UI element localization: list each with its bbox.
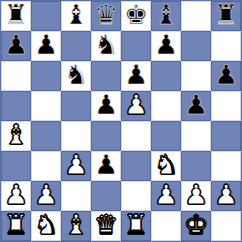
square-a4[interactable]: ♝ — [1, 121, 31, 151]
square-e5[interactable]: ♟ — [121, 91, 151, 121]
square-g5[interactable]: ♟ — [181, 91, 211, 121]
square-h4[interactable] — [211, 121, 241, 151]
white-rook-icon: ♜ — [4, 211, 28, 240]
square-e1[interactable]: ♜ — [121, 211, 151, 241]
square-a5[interactable] — [1, 91, 31, 121]
square-h6[interactable]: ♟ — [211, 61, 241, 91]
square-b5[interactable] — [31, 91, 61, 121]
white-pawn-icon: ♟ — [64, 151, 88, 180]
square-b4[interactable] — [31, 121, 61, 151]
square-e7[interactable] — [121, 31, 151, 61]
square-d4[interactable] — [91, 121, 121, 151]
square-a1[interactable]: ♜ — [1, 211, 31, 241]
square-a6[interactable] — [1, 61, 31, 91]
white-knight-icon: ♞ — [34, 211, 58, 240]
square-f7[interactable]: ♟ — [151, 31, 181, 61]
square-c5[interactable] — [61, 91, 91, 121]
white-pawn-icon: ♟ — [154, 181, 178, 210]
white-knight-icon: ♞ — [154, 151, 178, 180]
square-a3[interactable] — [1, 151, 31, 181]
square-c2[interactable] — [61, 181, 91, 211]
square-c3[interactable]: ♟ — [61, 151, 91, 181]
square-f3[interactable]: ♞ — [151, 151, 181, 181]
square-d6[interactable] — [91, 61, 121, 91]
square-a8[interactable]: ♜ — [1, 1, 31, 31]
white-king-icon: ♚ — [184, 211, 208, 240]
black-pawn-icon: ♟ — [214, 61, 238, 90]
square-c7[interactable] — [61, 31, 91, 61]
square-f4[interactable] — [151, 121, 181, 151]
black-rook-icon: ♜ — [4, 1, 28, 30]
square-f2[interactable]: ♟ — [151, 181, 181, 211]
black-pawn-icon: ♟ — [124, 61, 148, 90]
square-f6[interactable] — [151, 61, 181, 91]
square-b2[interactable]: ♟ — [31, 181, 61, 211]
chess-board: ♜♝♛♚♝♜♟♟♞♟♞♟♟♟♟♟♝♟♟♞♟♟♟♟♟♜♞♝♛♜♚ — [0, 0, 242, 242]
square-e8[interactable]: ♚ — [121, 1, 151, 31]
square-h1[interactable] — [211, 211, 241, 241]
square-e3[interactable] — [121, 151, 151, 181]
white-queen-icon: ♛ — [94, 211, 118, 240]
black-king-icon: ♚ — [124, 1, 148, 30]
square-e6[interactable]: ♟ — [121, 61, 151, 91]
square-d2[interactable] — [91, 181, 121, 211]
black-bishop-icon: ♝ — [64, 1, 88, 30]
white-bishop-icon: ♝ — [64, 211, 88, 240]
square-b3[interactable] — [31, 151, 61, 181]
square-b7[interactable]: ♟ — [31, 31, 61, 61]
black-queen-icon: ♛ — [94, 1, 118, 30]
black-pawn-icon: ♟ — [184, 91, 208, 120]
white-bishop-icon: ♝ — [4, 121, 28, 150]
square-g8[interactable] — [181, 1, 211, 31]
black-knight-icon: ♞ — [94, 31, 118, 60]
black-pawn-icon: ♟ — [34, 31, 58, 60]
square-g2[interactable]: ♟ — [181, 181, 211, 211]
square-b6[interactable] — [31, 61, 61, 91]
white-pawn-icon: ♟ — [4, 181, 28, 210]
white-pawn-icon: ♟ — [184, 181, 208, 210]
black-rook-icon: ♜ — [214, 1, 238, 30]
square-f1[interactable] — [151, 211, 181, 241]
square-c6[interactable]: ♞ — [61, 61, 91, 91]
square-h5[interactable] — [211, 91, 241, 121]
square-f8[interactable]: ♝ — [151, 1, 181, 31]
square-d8[interactable]: ♛ — [91, 1, 121, 31]
square-h2[interactable]: ♟ — [211, 181, 241, 211]
square-b8[interactable] — [31, 1, 61, 31]
square-h3[interactable] — [211, 151, 241, 181]
square-e4[interactable] — [121, 121, 151, 151]
black-pawn-icon: ♟ — [154, 31, 178, 60]
square-h7[interactable] — [211, 31, 241, 61]
black-pawn-icon: ♟ — [94, 151, 118, 180]
black-knight-icon: ♞ — [64, 61, 88, 90]
square-f5[interactable] — [151, 91, 181, 121]
square-b1[interactable]: ♞ — [31, 211, 61, 241]
square-a7[interactable]: ♟ — [1, 31, 31, 61]
square-g1[interactable]: ♚ — [181, 211, 211, 241]
black-pawn-icon: ♟ — [4, 31, 28, 60]
square-g4[interactable] — [181, 121, 211, 151]
square-c4[interactable] — [61, 121, 91, 151]
square-g3[interactable] — [181, 151, 211, 181]
square-d3[interactable]: ♟ — [91, 151, 121, 181]
square-d5[interactable]: ♟ — [91, 91, 121, 121]
square-c8[interactable]: ♝ — [61, 1, 91, 31]
white-pawn-icon: ♟ — [214, 181, 238, 210]
square-a2[interactable]: ♟ — [1, 181, 31, 211]
square-d7[interactable]: ♞ — [91, 31, 121, 61]
white-pawn-icon: ♟ — [34, 181, 58, 210]
white-rook-icon: ♜ — [124, 211, 148, 240]
square-h8[interactable]: ♜ — [211, 1, 241, 31]
black-bishop-icon: ♝ — [154, 1, 178, 30]
square-g7[interactable] — [181, 31, 211, 61]
square-c1[interactable]: ♝ — [61, 211, 91, 241]
square-g6[interactable] — [181, 61, 211, 91]
square-e2[interactable] — [121, 181, 151, 211]
black-pawn-icon: ♟ — [94, 91, 118, 120]
square-d1[interactable]: ♛ — [91, 211, 121, 241]
white-pawn-icon: ♟ — [124, 91, 148, 120]
